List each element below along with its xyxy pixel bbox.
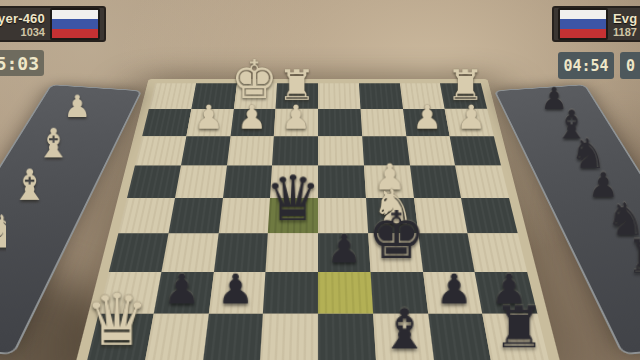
square-e2[interactable]: ♟ <box>274 109 318 136</box>
square-g5[interactable] <box>168 198 222 233</box>
chess-board: ♚♜♜♟♟♟♟♟♟♛♞♟♚♟♟♟♟♛♝♜ ♟♝♝♞♟ ♟♝♞♟♞♜♟ <box>74 79 562 360</box>
captured-piece-white-B: ♝ <box>36 124 72 164</box>
square-h1[interactable] <box>149 83 196 108</box>
square-d8[interactable] <box>318 314 376 360</box>
square-e7[interactable] <box>263 272 318 314</box>
clock-left: 5:03 <box>0 50 44 76</box>
square-c2[interactable] <box>360 109 406 136</box>
square-f7[interactable]: ♟ <box>208 272 265 314</box>
square-a2[interactable]: ♟ <box>445 109 494 136</box>
square-b2[interactable]: ♟ <box>403 109 450 136</box>
square-h3[interactable] <box>135 136 186 166</box>
square-a3[interactable] <box>450 136 501 166</box>
square-h4[interactable] <box>127 166 181 198</box>
square-d2[interactable] <box>318 109 362 136</box>
square-a8[interactable]: ♜ <box>483 314 549 360</box>
square-d7[interactable] <box>318 272 373 314</box>
player-left-rating: 1034 <box>0 26 45 38</box>
piece-white-Q[interactable]: ♛ <box>84 285 149 357</box>
piece-black-P[interactable]: ♟ <box>326 229 361 268</box>
square-h2[interactable] <box>142 109 191 136</box>
square-e8[interactable] <box>260 314 318 360</box>
square-b7[interactable]: ♟ <box>423 272 483 314</box>
square-h5[interactable] <box>118 198 174 233</box>
piece-black-R[interactable]: ♜ <box>493 299 545 357</box>
square-g2[interactable]: ♟ <box>186 109 233 136</box>
square-e3[interactable] <box>272 136 318 166</box>
square-h6[interactable] <box>109 233 168 271</box>
square-a4[interactable] <box>455 166 509 198</box>
captured-piece-white-B: ♝ <box>11 164 49 206</box>
clock-right: 04:54 <box>558 52 614 79</box>
square-b4[interactable] <box>410 166 462 198</box>
piece-black-Q[interactable]: ♛ <box>265 168 321 230</box>
piece-black-P[interactable]: ♟ <box>218 269 255 310</box>
captured-piece-black-R: ♜ <box>626 234 640 280</box>
piece-white-P[interactable]: ♟ <box>194 101 224 134</box>
piece-black-P[interactable]: ♟ <box>163 269 200 310</box>
square-c8[interactable]: ♝ <box>373 314 434 360</box>
piece-black-K[interactable]: ♚ <box>367 203 426 268</box>
square-c1[interactable] <box>359 83 403 108</box>
square-b3[interactable] <box>406 136 455 166</box>
piece-black-P[interactable]: ♟ <box>436 269 473 310</box>
captured-piece-white-P: ♟ <box>64 91 91 122</box>
square-g7[interactable]: ♟ <box>153 272 213 314</box>
square-c6[interactable]: ♚ <box>368 233 423 271</box>
russia-flag-icon-left <box>50 8 100 40</box>
square-d1[interactable] <box>318 83 360 108</box>
player-right-name: Evg <box>613 11 640 26</box>
piece-black-B[interactable]: ♝ <box>379 302 429 357</box>
square-d4[interactable] <box>318 166 366 198</box>
piece-white-P[interactable]: ♟ <box>413 101 443 134</box>
board-grid: ♚♜♜♟♟♟♟♟♟♛♞♟♚♟♟♟♟♛♝♜ <box>87 83 549 360</box>
russia-flag-icon-right <box>558 8 608 40</box>
player-left-name: yer-460 <box>0 11 45 26</box>
square-a5[interactable] <box>461 198 517 233</box>
square-f2[interactable]: ♟ <box>230 109 276 136</box>
square-d3[interactable] <box>318 136 364 166</box>
square-f5[interactable] <box>218 198 270 233</box>
square-f8[interactable] <box>203 314 264 360</box>
piece-white-P[interactable]: ♟ <box>457 101 487 134</box>
clock-right-extra: 0 <box>620 52 640 79</box>
square-g3[interactable] <box>181 136 230 166</box>
square-d6[interactable]: ♟ <box>318 233 370 271</box>
captured-piece-white-N: ♞ <box>0 210 23 255</box>
square-b8[interactable] <box>428 314 491 360</box>
chess-app-screen: { "game": "chess", "players": { "left": … <box>0 0 640 360</box>
square-e5[interactable]: ♛ <box>268 198 318 233</box>
square-e6[interactable] <box>266 233 318 271</box>
square-g4[interactable] <box>175 166 227 198</box>
piece-white-P[interactable]: ♟ <box>281 101 311 134</box>
board-scene: ♚♜♜♟♟♟♟♟♟♛♞♟♚♟♟♟♟♛♝♜ ♟♝♝♞♟ ♟♝♞♟♞♜♟ <box>0 0 640 360</box>
square-h8[interactable]: ♛ <box>87 314 153 360</box>
piece-white-P[interactable]: ♟ <box>237 101 267 134</box>
square-f3[interactable] <box>226 136 274 166</box>
player-panel-left: yer-460 1034 <box>0 6 106 42</box>
player-right-rating: 1187 <box>613 26 640 38</box>
player-panel-right: Evg 1187 <box>552 6 640 42</box>
square-g8[interactable] <box>145 314 208 360</box>
